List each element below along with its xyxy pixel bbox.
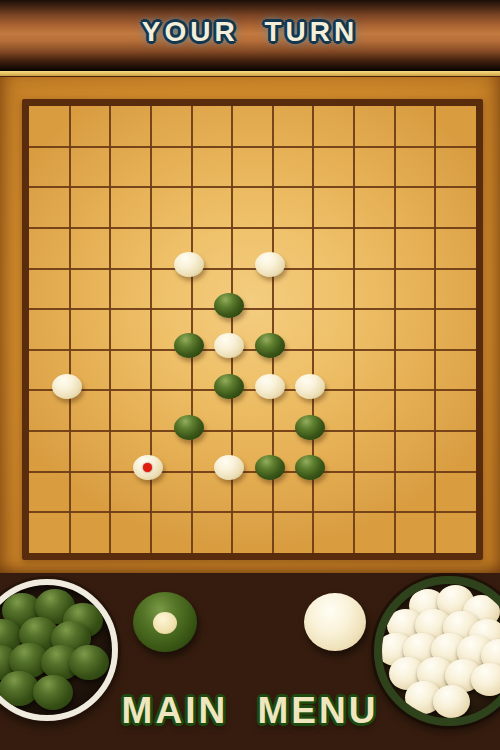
- grid-line-vertical: [191, 106, 193, 553]
- turn-status-text: YOUR TURN: [142, 16, 358, 48]
- grid-line-vertical: [231, 106, 233, 553]
- turn-marker-dot: [153, 612, 177, 634]
- grid-line-horizontal: [29, 146, 476, 148]
- grid-line-horizontal: [29, 227, 476, 229]
- grid-line-horizontal: [29, 511, 476, 513]
- grid-line-horizontal: [29, 186, 476, 188]
- grid-line-horizontal: [29, 389, 476, 391]
- grid-line-vertical: [109, 106, 111, 553]
- gold-divider: [0, 70, 500, 77]
- grid-line-horizontal: [29, 349, 476, 351]
- grid-line-horizontal: [29, 308, 476, 310]
- board-section: [0, 77, 500, 573]
- grid-line-vertical: [69, 106, 71, 553]
- grid-line-horizontal: [29, 268, 476, 270]
- grid-line-vertical: [434, 106, 436, 553]
- main-menu-button[interactable]: MAIN MENU: [0, 690, 500, 732]
- white-indicator-stone: [304, 593, 366, 651]
- grid-line-vertical: [394, 106, 396, 553]
- grid-line-vertical: [353, 106, 355, 553]
- grid-line-vertical: [312, 106, 314, 553]
- grid-line-vertical: [150, 106, 152, 553]
- grid-line-horizontal: [29, 471, 476, 473]
- bottom-tray: MAIN MENU: [0, 573, 500, 750]
- green-turn-indicator-stone: [133, 592, 197, 652]
- bowl-green-stone: [69, 645, 109, 680]
- game-screen: YOUR TURN MAIN MENU: [0, 0, 500, 750]
- grid-line-horizontal: [29, 430, 476, 432]
- grid-line-vertical: [272, 106, 274, 553]
- status-bar: YOUR TURN: [0, 0, 500, 70]
- board-grid[interactable]: [0, 77, 500, 573]
